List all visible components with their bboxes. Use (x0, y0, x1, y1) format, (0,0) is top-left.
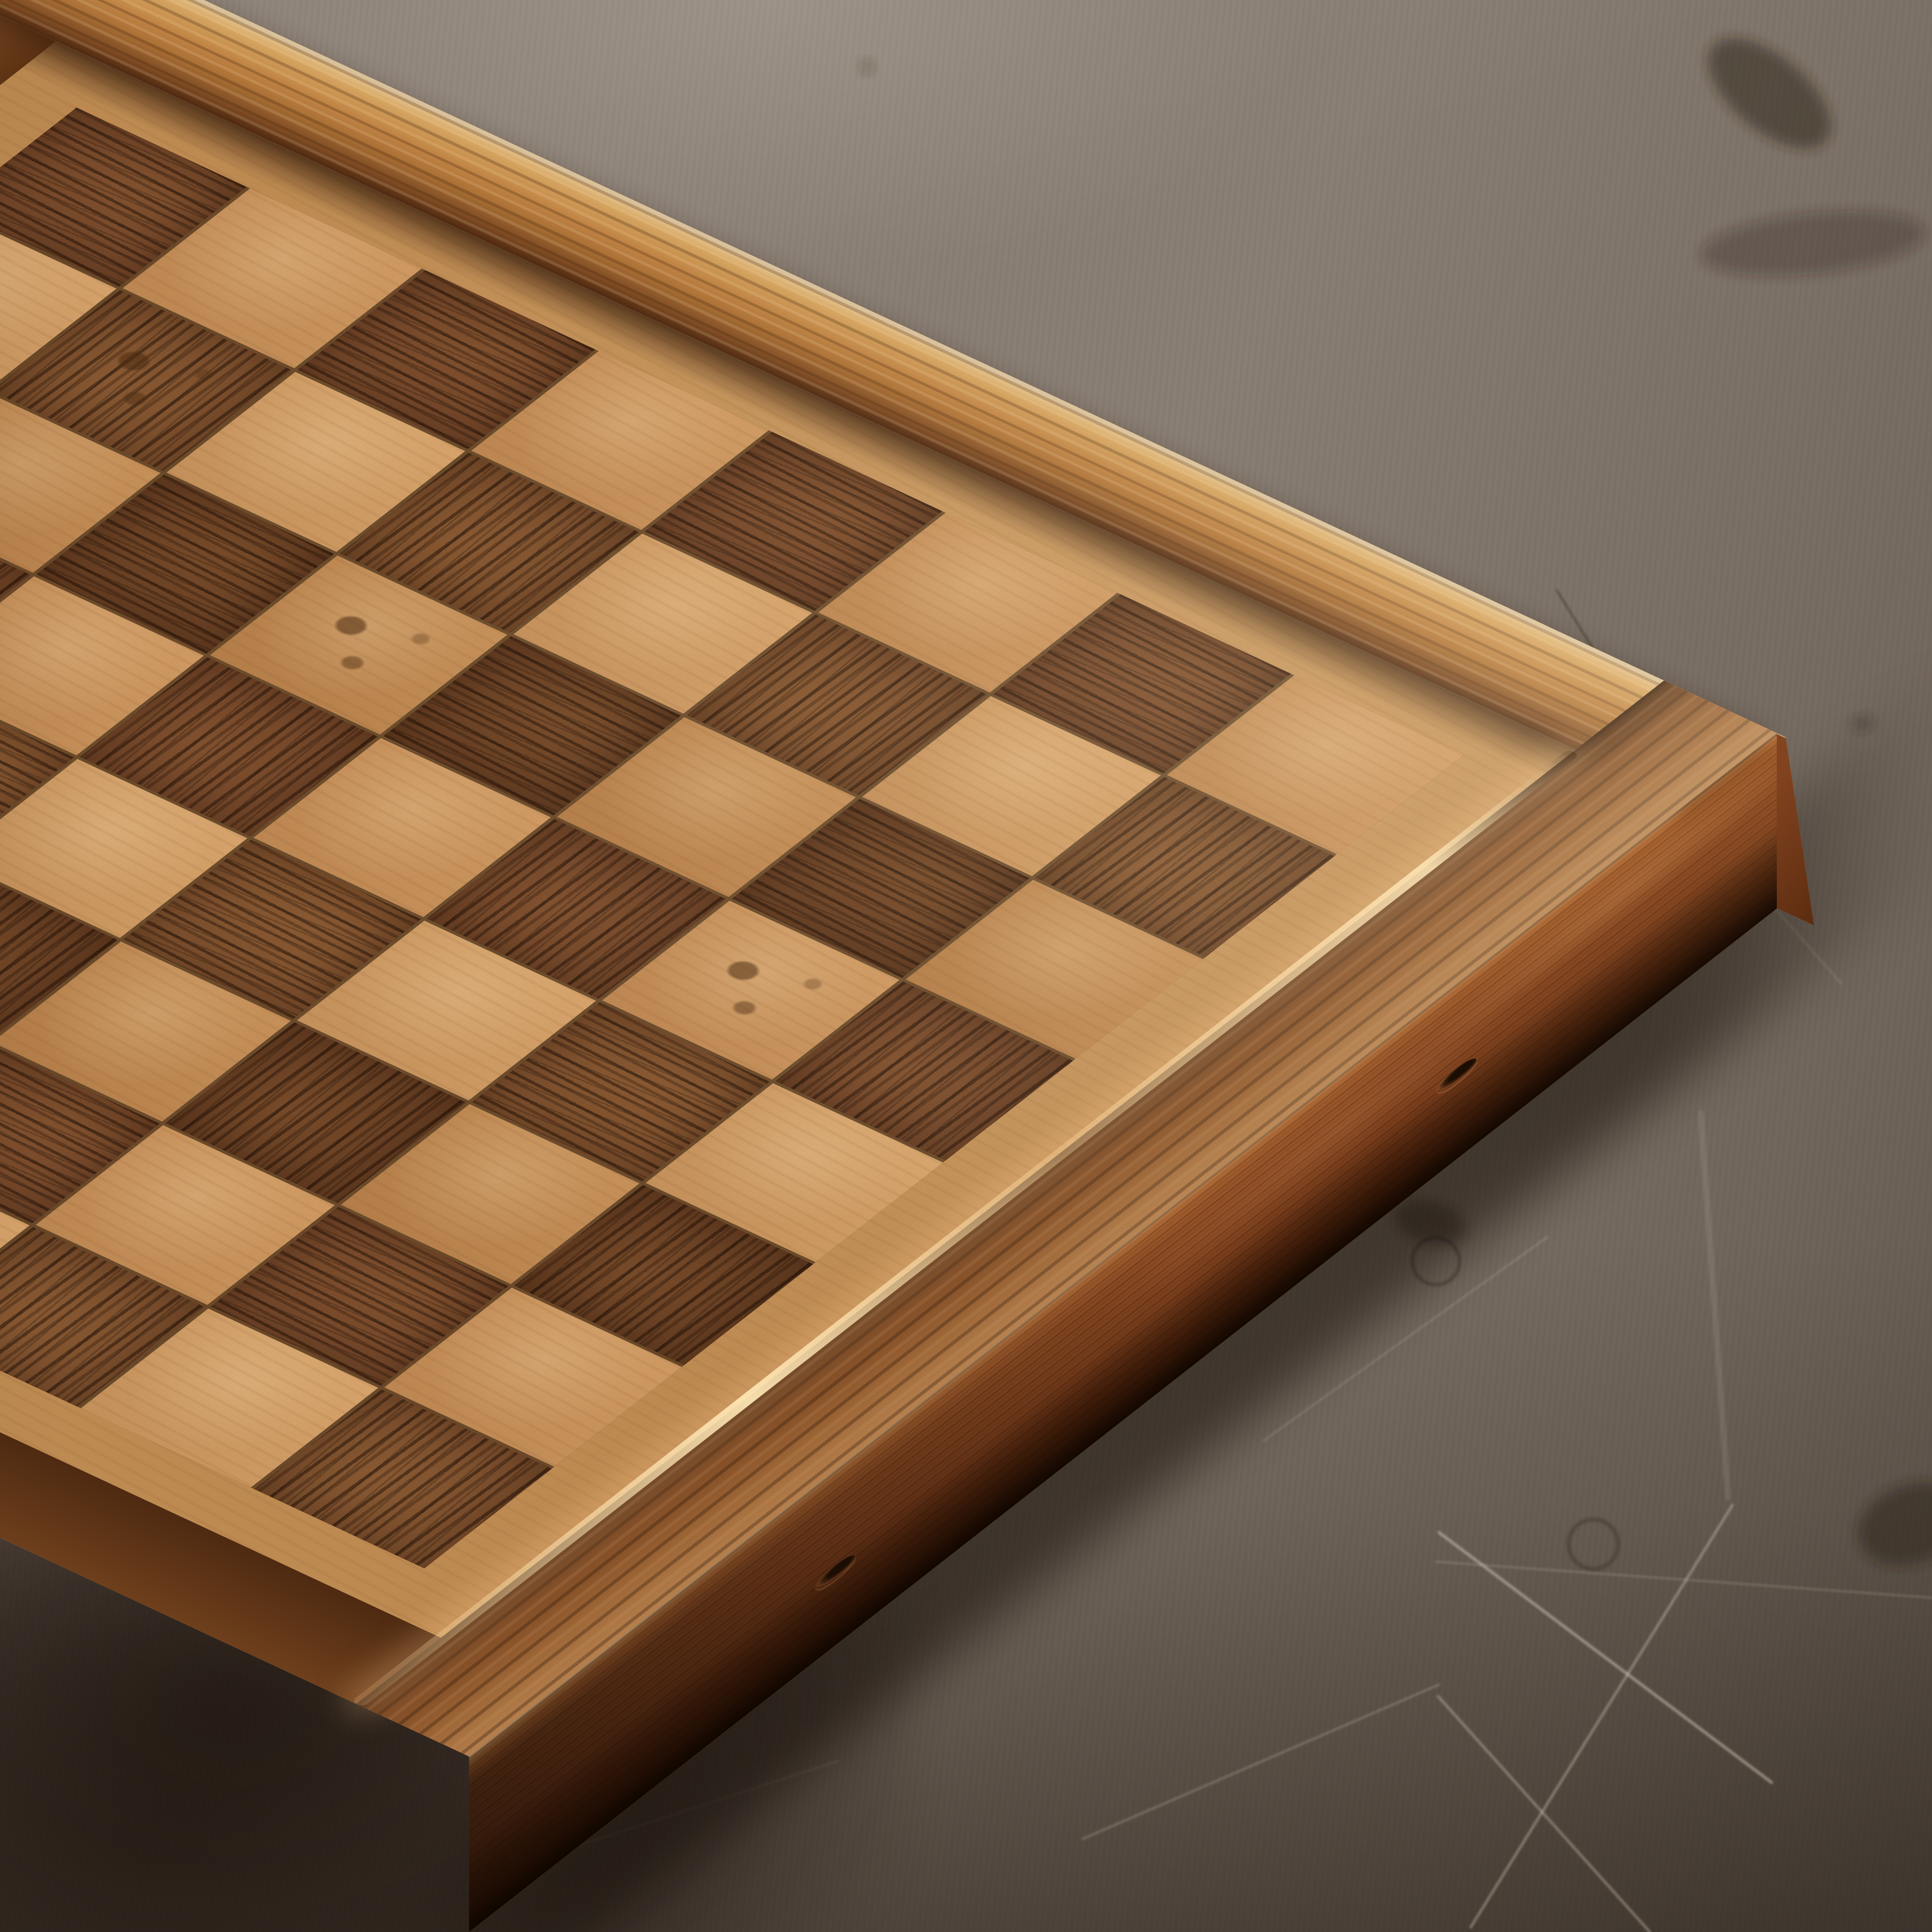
floor-scratch (1439, 1532, 1772, 1782)
nail-hole (816, 1550, 855, 1595)
floor-scratch (1701, 1113, 1728, 1498)
floor-smudge (1697, 201, 1929, 286)
floor-scratch (1436, 1562, 1932, 1598)
floor-smudge (1846, 1468, 1932, 1580)
photo-stage (0, 0, 1932, 1932)
floor-smudge (1689, 18, 1850, 170)
nail-hole (1437, 1053, 1476, 1099)
floor-stain-ring (1569, 1519, 1618, 1569)
floor-scratch (1083, 1685, 1439, 1839)
floor-smudge (1852, 715, 1873, 732)
floor-scratch (1438, 1696, 1650, 1932)
floor-smudge (862, 62, 872, 72)
